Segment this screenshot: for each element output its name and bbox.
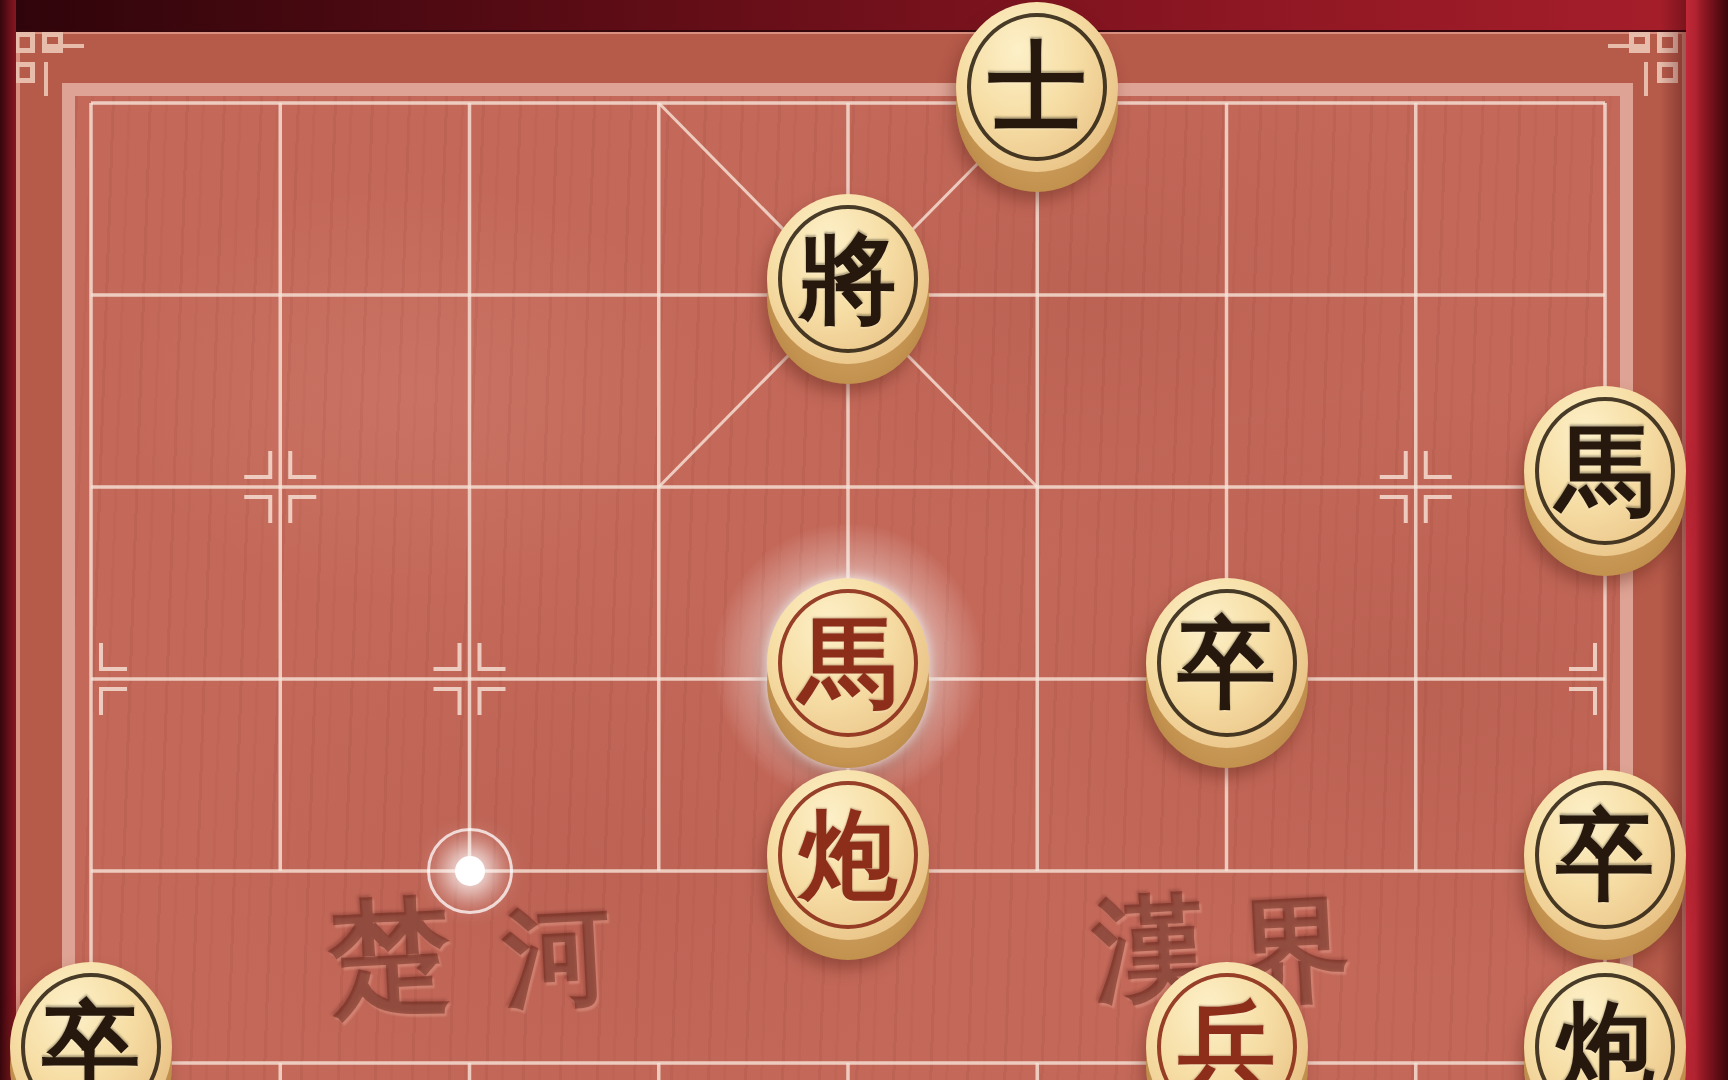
black-horse-piece[interactable]: 馬 [1524,386,1686,578]
black-soldier-piece[interactable]: 卒 [1524,770,1686,962]
xiangqi-board-screenshot: 楚河漢界 士將馬馬卒炮卒卒兵炮 [0,0,1728,1080]
origin-marker-dot [455,856,485,886]
black-cannon-piece[interactable]: 炮 [1524,962,1686,1080]
black-soldier-piece[interactable]: 卒 [10,962,172,1080]
black-advisor-piece[interactable]: 士 [956,2,1118,194]
piece-face: 兵 [1146,962,1308,1080]
piece-ring [778,781,918,929]
piece-face: 卒 [1524,770,1686,940]
piece-ring [1157,589,1297,737]
piece-face: 卒 [10,962,172,1080]
red-horse-piece[interactable]: 馬 [767,578,929,770]
piece-face: 卒 [1146,578,1308,748]
piece-face: 炮 [1524,962,1686,1080]
black-soldier-piece[interactable]: 卒 [1146,578,1308,770]
piece-face: 炮 [767,770,929,940]
piece-face: 將 [767,194,929,364]
river-label: 河 [499,882,614,1033]
piece-ring [1535,397,1675,545]
piece-ring [778,589,918,737]
piece-face: 馬 [767,578,929,748]
piece-face: 馬 [1524,386,1686,556]
piece-face: 士 [956,2,1118,172]
red-cannon-piece[interactable]: 炮 [767,770,929,962]
piece-ring [778,205,918,353]
piece-ring [967,13,1107,161]
piece-ring [1535,781,1675,929]
black-general-piece[interactable]: 將 [767,194,929,386]
red-soldier-piece[interactable]: 兵 [1146,962,1308,1080]
